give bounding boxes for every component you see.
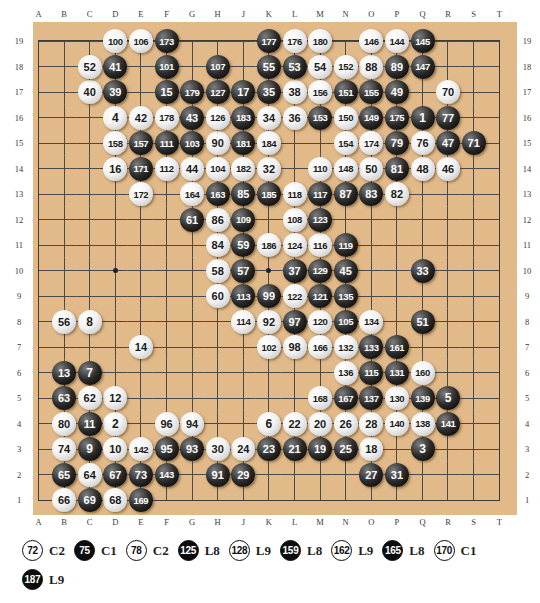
black-stone-move-167: 167 <box>334 386 358 410</box>
black-stone-move-71: 71 <box>462 131 486 155</box>
legend-item-move-187: 187L9 <box>22 569 64 590</box>
white-stone-move-180: 180 <box>308 29 332 53</box>
black-stone-move-169: 169 <box>129 488 153 512</box>
black-stone-move-127: 127 <box>206 80 230 104</box>
column-label-bottom: T <box>490 517 508 527</box>
black-stone-move-173: 173 <box>155 29 179 53</box>
black-stone-move-77: 77 <box>436 106 460 130</box>
white-stone-move-36: 36 <box>283 106 307 130</box>
column-label-bottom: N <box>337 517 355 527</box>
white-stone-move-150: 150 <box>334 106 358 130</box>
white-stone-move-152: 152 <box>334 55 358 79</box>
black-stone-move-19: 19 <box>308 437 332 461</box>
black-stone-move-151: 151 <box>334 80 358 104</box>
white-stone-move-48: 48 <box>411 157 435 181</box>
black-stone-move-183: 183 <box>231 106 255 130</box>
black-stone-move-67: 67 <box>103 463 127 487</box>
black-stone-move-179: 179 <box>180 80 204 104</box>
white-stone-move-76: 76 <box>411 131 435 155</box>
column-label-top: D <box>106 9 124 19</box>
star-point <box>113 268 118 273</box>
white-stone-move-50: 50 <box>359 157 383 181</box>
row-label-left: 4 <box>10 419 28 429</box>
white-stone-move-126: 126 <box>206 106 230 130</box>
white-stone-move-134: 134 <box>359 310 383 334</box>
column-label-bottom: G <box>183 517 201 527</box>
row-label-left: 7 <box>10 342 28 352</box>
black-stone-move-15: 15 <box>155 80 179 104</box>
column-label-bottom: E <box>132 517 150 527</box>
row-label-left: 18 <box>10 62 28 72</box>
white-stone-move-160: 160 <box>411 361 435 385</box>
white-stone-move-44: 44 <box>180 157 204 181</box>
row-label-left: 5 <box>10 393 28 403</box>
row-label-right: 10 <box>518 266 536 276</box>
black-stone-move-171: 171 <box>129 157 153 181</box>
black-stone-move-117: 117 <box>308 182 332 206</box>
white-stone-move-2: 2 <box>103 412 127 436</box>
legend-point-label: L9 <box>358 543 373 559</box>
white-stone-move-32: 32 <box>257 157 281 181</box>
white-stone-move-110: 110 <box>308 157 332 181</box>
legend-point-label: L8 <box>307 543 322 559</box>
row-label-left: 19 <box>10 36 28 46</box>
black-stone-move-41: 41 <box>103 55 127 79</box>
legend-item-move-162: 162L9 <box>331 540 373 561</box>
row-label-left: 11 <box>10 240 28 250</box>
black-stone-move-35: 35 <box>257 80 281 104</box>
column-label-bottom: D <box>106 517 124 527</box>
legend-item-move-128: 128L9 <box>229 540 271 561</box>
white-stone-move-64: 64 <box>78 463 102 487</box>
row-label-right: 1 <box>518 495 536 505</box>
white-stone-move-186: 186 <box>257 233 281 257</box>
column-label-bottom: J <box>234 517 252 527</box>
white-stone-move-140: 140 <box>385 412 409 436</box>
legend-item-move-170: 170C1 <box>434 540 477 561</box>
black-stone-move-57: 57 <box>231 259 255 283</box>
white-stone-move-22: 22 <box>283 412 307 436</box>
white-legend-stone: 78 <box>126 540 147 561</box>
black-legend-stone: 165 <box>382 540 403 561</box>
black-stone-move-119: 119 <box>334 233 358 257</box>
column-label-top: R <box>439 9 457 19</box>
black-stone-move-9: 9 <box>78 437 102 461</box>
legend-point-label: C1 <box>461 543 477 559</box>
legend-item-move-75: 75C1 <box>74 540 117 561</box>
column-label-bottom: P <box>388 517 406 527</box>
white-stone-move-178: 178 <box>155 106 179 130</box>
row-label-right: 17 <box>518 87 536 97</box>
row-label-right: 15 <box>518 138 536 148</box>
white-stone-move-116: 116 <box>308 233 332 257</box>
column-label-top: J <box>234 9 252 19</box>
black-stone-move-47: 47 <box>436 131 460 155</box>
white-stone-move-164: 164 <box>180 182 204 206</box>
black-stone-move-1: 1 <box>411 106 435 130</box>
black-legend-stone: 125 <box>178 540 199 561</box>
white-stone-move-106: 106 <box>129 29 153 53</box>
row-label-left: 9 <box>10 291 28 301</box>
white-stone-move-26: 26 <box>334 412 358 436</box>
black-stone-move-27: 27 <box>359 463 383 487</box>
white-stone-move-112: 112 <box>155 157 179 181</box>
white-stone-move-86: 86 <box>206 208 230 232</box>
black-stone-move-55: 55 <box>257 55 281 79</box>
legend-point-label: C2 <box>49 543 65 559</box>
column-label-bottom: M <box>311 517 329 527</box>
black-stone-move-147: 147 <box>411 55 435 79</box>
black-stone-move-3: 3 <box>411 437 435 461</box>
row-label-left: 13 <box>10 189 28 199</box>
white-stone-move-184: 184 <box>257 131 281 155</box>
column-label-bottom: L <box>286 517 304 527</box>
white-stone-move-166: 166 <box>308 335 332 359</box>
white-stone-move-62: 62 <box>78 386 102 410</box>
black-stone-move-161: 161 <box>385 335 409 359</box>
black-stone-move-13: 13 <box>52 361 76 385</box>
capture-move-legend: 72C275C178C2125L8128L9159L8162L9165L8170… <box>22 540 527 598</box>
white-stone-move-142: 142 <box>129 437 153 461</box>
white-stone-move-94: 94 <box>180 412 204 436</box>
column-label-top: K <box>260 9 278 19</box>
black-stone-move-111: 111 <box>155 131 179 155</box>
black-stone-move-153: 153 <box>308 106 332 130</box>
black-stone-move-51: 51 <box>411 310 435 334</box>
black-stone-move-45: 45 <box>334 259 358 283</box>
white-stone-move-4: 4 <box>103 106 127 130</box>
column-label-top: H <box>209 9 227 19</box>
column-label-bottom: S <box>465 517 483 527</box>
white-stone-move-90: 90 <box>206 131 230 155</box>
white-stone-move-98: 98 <box>283 335 307 359</box>
black-stone-move-61: 61 <box>180 208 204 232</box>
black-stone-move-95: 95 <box>155 437 179 461</box>
white-stone-move-118: 118 <box>283 182 307 206</box>
white-stone-move-156: 156 <box>308 80 332 104</box>
white-stone-move-54: 54 <box>308 55 332 79</box>
black-stone-move-107: 107 <box>206 55 230 79</box>
legend-point-label: C1 <box>101 543 117 559</box>
white-stone-move-60: 60 <box>206 284 230 308</box>
black-stone-move-63: 63 <box>52 386 76 410</box>
black-stone-move-145: 145 <box>411 29 435 53</box>
white-stone-move-40: 40 <box>78 80 102 104</box>
row-label-right: 4 <box>518 419 536 429</box>
row-label-right: 5 <box>518 393 536 403</box>
white-stone-move-148: 148 <box>334 157 358 181</box>
legend-point-label: L8 <box>205 543 220 559</box>
row-label-right: 6 <box>518 368 536 378</box>
column-label-top: S <box>465 9 483 19</box>
row-label-right: 16 <box>518 113 536 123</box>
black-stone-move-29: 29 <box>231 463 255 487</box>
black-stone-move-7: 7 <box>78 361 102 385</box>
row-label-right: 7 <box>518 342 536 352</box>
black-stone-move-25: 25 <box>334 437 358 461</box>
white-stone-move-80: 80 <box>52 412 76 436</box>
column-label-top: L <box>286 9 304 19</box>
white-stone-move-92: 92 <box>257 310 281 334</box>
black-legend-stone: 187 <box>22 569 43 590</box>
white-legend-stone: 170 <box>434 540 455 561</box>
black-stone-move-177: 177 <box>257 29 281 53</box>
black-stone-move-33: 33 <box>411 259 435 283</box>
column-label-bottom: H <box>209 517 227 527</box>
black-stone-move-175: 175 <box>385 106 409 130</box>
white-stone-move-14: 14 <box>129 335 153 359</box>
white-stone-move-144: 144 <box>385 29 409 53</box>
black-stone-move-129: 129 <box>308 259 332 283</box>
row-label-right: 9 <box>518 291 536 301</box>
column-label-top: F <box>158 9 176 19</box>
column-label-top: A <box>30 9 48 19</box>
white-stone-move-70: 70 <box>436 80 460 104</box>
black-stone-move-131: 131 <box>385 361 409 385</box>
white-stone-move-8: 8 <box>78 310 102 334</box>
row-label-right: 19 <box>518 36 536 46</box>
white-stone-move-96: 96 <box>155 412 179 436</box>
black-stone-move-163: 163 <box>206 182 230 206</box>
black-stone-move-109: 109 <box>231 208 255 232</box>
black-stone-move-123: 123 <box>308 208 332 232</box>
legend-point-label: C2 <box>153 543 169 559</box>
row-label-left: 12 <box>10 215 28 225</box>
black-stone-move-141: 141 <box>436 412 460 436</box>
black-stone-move-69: 69 <box>78 488 102 512</box>
row-label-left: 8 <box>10 317 28 327</box>
white-stone-move-102: 102 <box>257 335 281 359</box>
white-stone-move-136: 136 <box>334 361 358 385</box>
column-label-top: O <box>362 9 380 19</box>
column-label-top: G <box>183 9 201 19</box>
row-label-left: 10 <box>10 266 28 276</box>
black-stone-move-21: 21 <box>283 437 307 461</box>
row-label-right: 11 <box>518 240 536 250</box>
legend-item-move-125: 125L8 <box>178 540 220 561</box>
column-label-top: E <box>132 9 150 19</box>
row-label-left: 16 <box>10 113 28 123</box>
legend-point-label: L9 <box>256 543 271 559</box>
column-label-bottom: Q <box>414 517 432 527</box>
black-stone-move-139: 139 <box>411 386 435 410</box>
row-label-left: 1 <box>10 495 28 505</box>
column-label-bottom: O <box>362 517 380 527</box>
black-stone-move-143: 143 <box>155 463 179 487</box>
white-stone-move-66: 66 <box>52 488 76 512</box>
black-stone-move-73: 73 <box>129 463 153 487</box>
column-label-bottom: B <box>55 517 73 527</box>
white-stone-move-122: 122 <box>283 284 307 308</box>
white-stone-move-38: 38 <box>283 80 307 104</box>
column-label-top: C <box>81 9 99 19</box>
row-label-left: 14 <box>10 164 28 174</box>
row-label-left: 2 <box>10 470 28 480</box>
white-stone-move-104: 104 <box>206 157 230 181</box>
white-stone-move-16: 16 <box>103 157 127 181</box>
black-stone-move-121: 121 <box>308 284 332 308</box>
column-label-top: Q <box>414 9 432 19</box>
row-label-right: 2 <box>518 470 536 480</box>
row-label-left: 15 <box>10 138 28 148</box>
black-stone-move-103: 103 <box>180 131 204 155</box>
white-stone-move-154: 154 <box>334 131 358 155</box>
black-stone-move-49: 49 <box>385 80 409 104</box>
column-label-top: P <box>388 9 406 19</box>
white-stone-move-28: 28 <box>359 412 383 436</box>
white-stone-move-168: 168 <box>308 386 332 410</box>
white-stone-move-176: 176 <box>283 29 307 53</box>
white-stone-move-130: 130 <box>385 386 409 410</box>
white-stone-move-46: 46 <box>436 157 460 181</box>
white-stone-move-20: 20 <box>308 412 332 436</box>
white-stone-move-34: 34 <box>257 106 281 130</box>
white-stone-move-114: 114 <box>231 310 255 334</box>
white-stone-move-88: 88 <box>359 55 383 79</box>
white-legend-stone: 162 <box>331 540 352 561</box>
black-stone-move-81: 81 <box>385 157 409 181</box>
white-stone-move-124: 124 <box>283 233 307 257</box>
white-stone-move-52: 52 <box>78 55 102 79</box>
row-label-left: 17 <box>10 87 28 97</box>
black-stone-move-101: 101 <box>155 55 179 79</box>
black-stone-move-99: 99 <box>257 284 281 308</box>
white-stone-move-56: 56 <box>52 310 76 334</box>
white-stone-move-120: 120 <box>308 310 332 334</box>
black-stone-move-79: 79 <box>385 131 409 155</box>
white-stone-move-30: 30 <box>206 437 230 461</box>
row-label-right: 18 <box>518 62 536 72</box>
column-label-bottom: C <box>81 517 99 527</box>
black-stone-move-97: 97 <box>283 310 307 334</box>
legend-item-move-78: 78C2 <box>126 540 169 561</box>
black-stone-move-91: 91 <box>206 463 230 487</box>
row-label-right: 14 <box>518 164 536 174</box>
column-label-bottom: F <box>158 517 176 527</box>
column-label-bottom: R <box>439 517 457 527</box>
legend-point-label: L8 <box>409 543 424 559</box>
white-stone-move-108: 108 <box>283 208 307 232</box>
white-stone-move-6: 6 <box>257 412 281 436</box>
black-stone-move-43: 43 <box>180 106 204 130</box>
black-stone-move-5: 5 <box>436 386 460 410</box>
legend-item-move-159: 159L8 <box>280 540 322 561</box>
black-stone-move-65: 65 <box>52 463 76 487</box>
white-stone-move-42: 42 <box>129 106 153 130</box>
black-stone-move-115: 115 <box>359 361 383 385</box>
white-legend-stone: 128 <box>229 540 250 561</box>
white-stone-move-74: 74 <box>52 437 76 461</box>
black-stone-move-53: 53 <box>283 55 307 79</box>
row-label-right: 12 <box>518 215 536 225</box>
black-stone-move-185: 185 <box>257 182 281 206</box>
black-stone-move-157: 157 <box>129 131 153 155</box>
black-stone-move-149: 149 <box>359 106 383 130</box>
white-stone-move-82: 82 <box>385 182 409 206</box>
white-stone-move-84: 84 <box>206 233 230 257</box>
black-stone-move-11: 11 <box>78 412 102 436</box>
black-stone-move-37: 37 <box>283 259 307 283</box>
column-label-bottom: K <box>260 517 278 527</box>
white-legend-stone: 72 <box>22 540 43 561</box>
row-label-right: 3 <box>518 444 536 454</box>
row-label-right: 13 <box>518 189 536 199</box>
column-label-top: N <box>337 9 355 19</box>
row-label-left: 3 <box>10 444 28 454</box>
legend-item-move-165: 165L8 <box>382 540 424 561</box>
black-stone-move-105: 105 <box>334 310 358 334</box>
white-stone-move-132: 132 <box>334 335 358 359</box>
white-stone-move-58: 58 <box>206 259 230 283</box>
go-diagram-page: AABBCCDDEEFFGGHHJJKKLLMMNNOOPPQQRRSSTT19… <box>0 0 540 603</box>
black-legend-stone: 159 <box>280 540 301 561</box>
legend-item-move-72: 72C2 <box>22 540 65 561</box>
black-stone-move-23: 23 <box>257 437 281 461</box>
black-stone-move-31: 31 <box>385 463 409 487</box>
column-label-bottom: A <box>30 517 48 527</box>
black-stone-move-87: 87 <box>334 182 358 206</box>
column-label-top: M <box>311 9 329 19</box>
row-label-right: 8 <box>518 317 536 327</box>
white-stone-move-172: 172 <box>129 182 153 206</box>
white-stone-move-138: 138 <box>411 412 435 436</box>
black-stone-move-135: 135 <box>334 284 358 308</box>
black-stone-move-93: 93 <box>180 437 204 461</box>
column-label-top: T <box>490 9 508 19</box>
white-stone-move-182: 182 <box>231 157 255 181</box>
legend-point-label: L9 <box>49 572 64 588</box>
black-legend-stone: 75 <box>74 540 95 561</box>
column-label-top: B <box>55 9 73 19</box>
black-stone-move-89: 89 <box>385 55 409 79</box>
row-label-left: 6 <box>10 368 28 378</box>
